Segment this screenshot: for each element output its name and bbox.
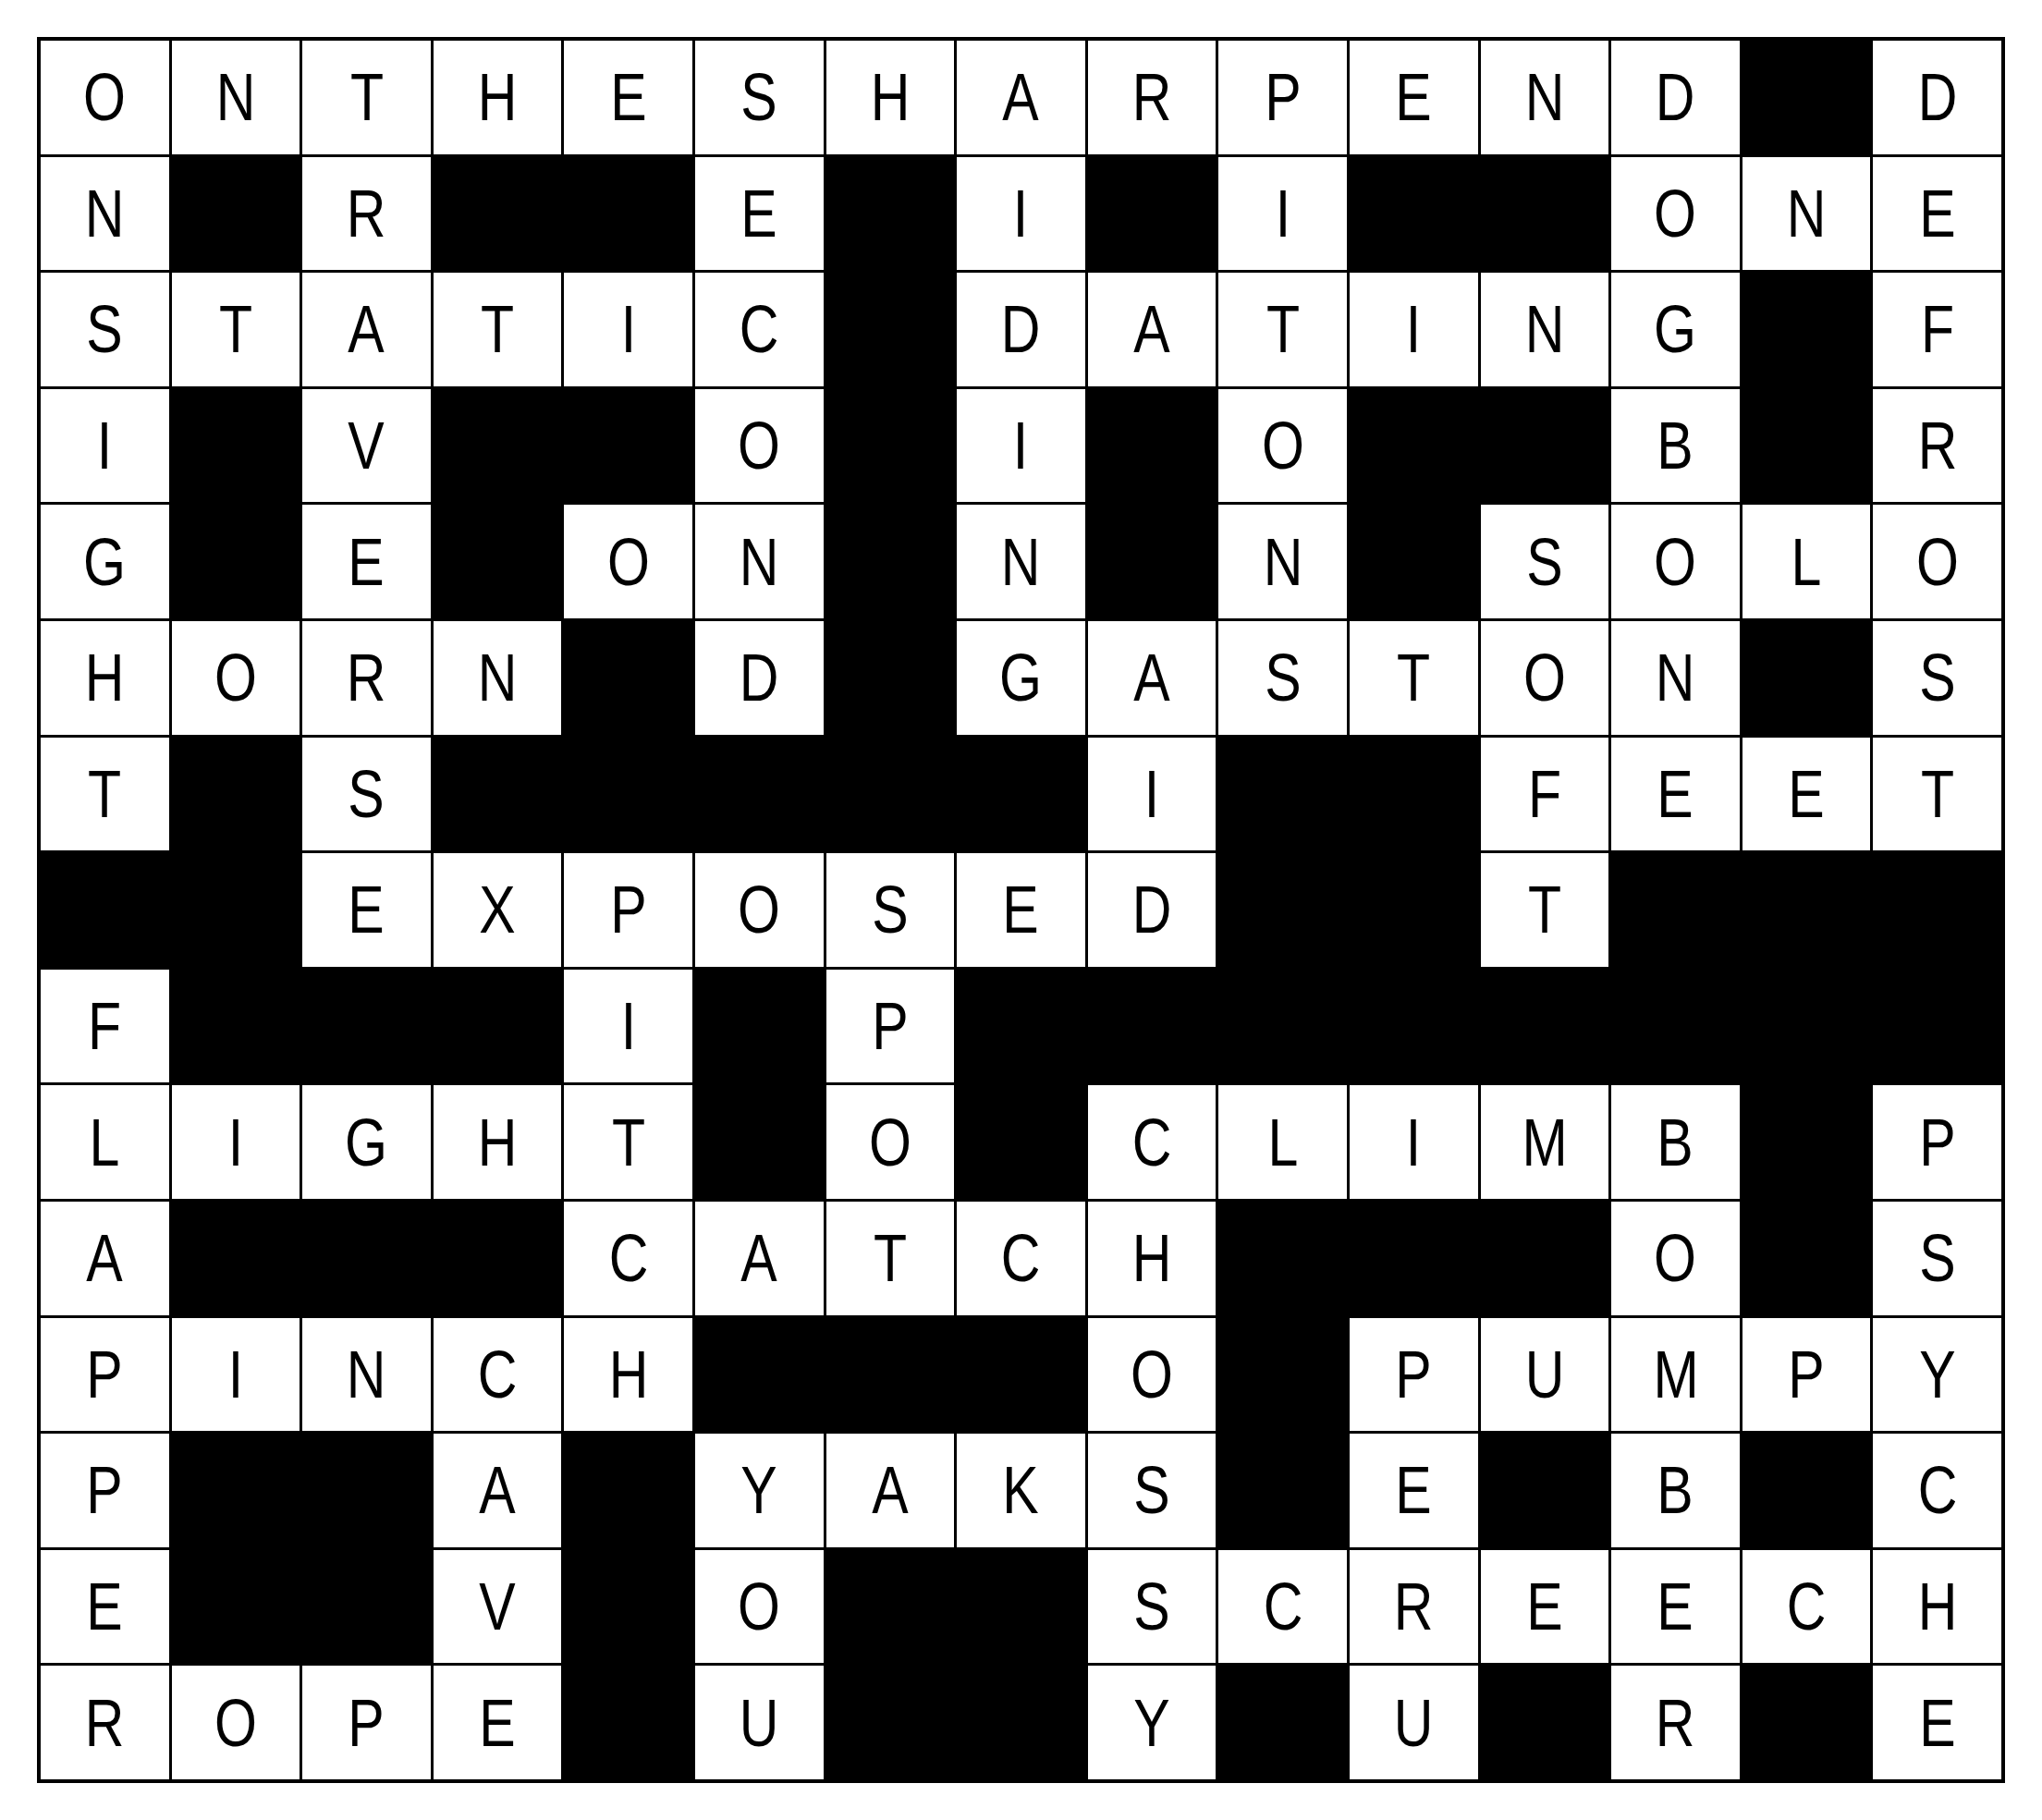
letter-cell[interactable]: O xyxy=(564,505,692,618)
cell-letter: A xyxy=(741,1225,777,1291)
cell-letter: O xyxy=(1131,1341,1173,1408)
letter-cell[interactable]: G xyxy=(302,1085,431,1199)
cell-letter: I xyxy=(228,1341,243,1408)
black-square xyxy=(1218,1318,1347,1432)
cell-letter: P xyxy=(610,876,646,943)
letter-cell[interactable]: R xyxy=(302,157,431,271)
black-square xyxy=(564,1666,692,1779)
cell-letter: G xyxy=(1000,644,1043,711)
black-square xyxy=(564,1550,692,1664)
black-square xyxy=(1218,853,1347,967)
black-square xyxy=(564,621,692,735)
cell-letter: I xyxy=(1013,180,1028,247)
cell-letter: D xyxy=(1917,64,1957,130)
black-square xyxy=(172,389,300,503)
black-square xyxy=(1218,970,1347,1083)
cell-letter: E xyxy=(1657,761,1694,827)
letter-cell[interactable]: P xyxy=(1873,1085,2001,1199)
letter-cell[interactable]: O xyxy=(826,1085,955,1199)
letter-cell[interactable]: I xyxy=(564,970,692,1083)
letter-cell[interactable]: E xyxy=(957,853,1085,967)
letter-cell[interactable]: E xyxy=(302,505,431,618)
black-square xyxy=(172,853,300,967)
letter-cell[interactable]: C xyxy=(1088,1085,1217,1199)
black-square xyxy=(434,970,562,1083)
letter-cell[interactable]: O xyxy=(695,1550,824,1664)
letter-cell[interactable]: H xyxy=(1088,1202,1217,1315)
letter-cell[interactable]: O xyxy=(172,621,300,735)
cell-letter: V xyxy=(348,412,385,479)
letter-cell[interactable]: N xyxy=(302,1318,431,1432)
cell-letter: P xyxy=(1396,1341,1432,1408)
letter-cell[interactable]: S xyxy=(41,273,169,386)
cell-letter: N xyxy=(85,180,125,247)
cell-letter: T xyxy=(481,296,514,362)
cell-letter: R xyxy=(1917,412,1957,479)
letter-cell[interactable]: T xyxy=(1481,853,1609,967)
cell-letter: A xyxy=(1133,644,1169,711)
letter-cell[interactable]: R xyxy=(41,1666,169,1779)
black-square xyxy=(1742,389,1871,503)
cell-letter: L xyxy=(1267,1109,1298,1176)
black-square xyxy=(826,273,955,386)
letter-cell[interactable]: E xyxy=(41,1550,169,1664)
letter-cell[interactable]: O xyxy=(695,389,824,503)
cell-letter: S xyxy=(87,296,123,362)
letter-cell[interactable]: N xyxy=(1481,273,1609,386)
letter-cell[interactable]: I xyxy=(1088,738,1217,851)
letter-cell[interactable]: B xyxy=(1611,389,1740,503)
black-square xyxy=(172,1550,300,1664)
cell-letter: A xyxy=(872,1457,908,1523)
letter-cell[interactable]: O xyxy=(695,853,824,967)
letter-cell[interactable]: R xyxy=(302,621,431,735)
letter-cell[interactable]: M xyxy=(1611,1318,1740,1432)
letter-cell[interactable]: E xyxy=(1350,1434,1478,1547)
letter-cell[interactable]: C xyxy=(695,273,824,386)
cell-letter: I xyxy=(620,296,635,362)
letter-cell[interactable]: N xyxy=(434,621,562,735)
letter-cell[interactable]: N xyxy=(957,505,1085,618)
cell-letter: P xyxy=(1919,1109,1955,1176)
letter-cell[interactable]: S xyxy=(1873,621,2001,735)
black-square xyxy=(1742,1085,1871,1199)
crossword-board: ONTHESHARPENDDNREIIONESTATICDATINGFIVOIO… xyxy=(37,37,2005,1783)
cell-letter: L xyxy=(90,1109,120,1176)
letter-cell[interactable]: E xyxy=(1350,41,1478,154)
letter-cell[interactable]: G xyxy=(957,621,1085,735)
black-square xyxy=(1088,970,1217,1083)
letter-cell[interactable]: E xyxy=(695,157,824,271)
black-square xyxy=(1218,1666,1347,1779)
cell-letter: H xyxy=(478,1109,518,1176)
cell-letter: E xyxy=(1919,180,1955,247)
letter-cell[interactable]: I xyxy=(1350,273,1478,386)
black-square xyxy=(172,157,300,271)
letter-cell[interactable]: E xyxy=(302,853,431,967)
black-square xyxy=(695,1318,824,1432)
cell-letter: O xyxy=(1262,412,1304,479)
cell-letter: H xyxy=(1132,1225,1172,1291)
cell-letter: C xyxy=(1787,1573,1827,1640)
black-square xyxy=(1350,970,1478,1083)
letter-cell[interactable]: E xyxy=(564,41,692,154)
cell-letter: N xyxy=(1525,64,1565,130)
black-square xyxy=(957,1666,1085,1779)
letter-cell[interactable]: T xyxy=(41,738,169,851)
black-square xyxy=(957,1550,1085,1664)
cell-letter: O xyxy=(738,412,780,479)
letter-cell[interactable]: P xyxy=(826,970,955,1083)
cell-letter: I xyxy=(1275,180,1290,247)
letter-cell[interactable]: A xyxy=(826,1434,955,1547)
letter-cell[interactable]: E xyxy=(1611,1550,1740,1664)
letter-cell[interactable]: H xyxy=(1873,1550,2001,1664)
cell-letter: B xyxy=(1657,412,1694,479)
cell-letter: T xyxy=(219,296,252,362)
cell-letter: D xyxy=(1132,876,1172,943)
cell-letter: N xyxy=(478,644,518,711)
letter-cell[interactable]: R xyxy=(1611,1666,1740,1779)
black-square xyxy=(172,738,300,851)
cell-letter: V xyxy=(479,1573,515,1640)
cell-letter: E xyxy=(741,180,777,247)
letter-cell[interactable]: U xyxy=(1481,1318,1609,1432)
cell-letter: I xyxy=(97,412,112,479)
letter-cell[interactable]: P xyxy=(1742,1318,1871,1432)
letter-cell[interactable]: B xyxy=(1611,1434,1740,1547)
cell-letter: T xyxy=(88,761,121,827)
letter-cell[interactable]: S xyxy=(1873,1202,2001,1315)
black-square xyxy=(695,1085,824,1199)
letter-cell[interactable]: L xyxy=(41,1085,169,1199)
letter-cell[interactable]: T xyxy=(434,273,562,386)
letter-cell[interactable]: V xyxy=(434,1550,562,1664)
cell-letter: O xyxy=(83,64,126,130)
letter-cell[interactable]: C xyxy=(1873,1434,2001,1547)
black-square xyxy=(1742,273,1871,386)
letter-cell[interactable]: T xyxy=(172,273,300,386)
cell-letter: R xyxy=(1656,1690,1695,1756)
cell-letter: E xyxy=(1526,1573,1562,1640)
cell-letter: E xyxy=(610,64,646,130)
letter-cell[interactable]: N xyxy=(41,157,169,271)
letter-cell[interactable]: P xyxy=(564,853,692,967)
letter-cell[interactable]: F xyxy=(1873,273,2001,386)
letter-cell[interactable]: I xyxy=(1218,157,1347,271)
letter-cell[interactable]: N xyxy=(1218,505,1347,618)
cell-letter: X xyxy=(479,876,515,943)
cell-letter: I xyxy=(1406,1109,1421,1176)
cell-letter: S xyxy=(1133,1573,1169,1640)
letter-cell[interactable]: I xyxy=(41,389,169,503)
letter-cell[interactable]: P xyxy=(41,1318,169,1432)
cell-letter: N xyxy=(740,529,779,595)
letter-cell[interactable]: L xyxy=(1218,1085,1347,1199)
letter-cell[interactable]: E xyxy=(1742,738,1871,851)
cell-letter: N xyxy=(1787,180,1827,247)
cell-letter: S xyxy=(348,761,385,827)
cell-letter: D xyxy=(1656,64,1695,130)
black-square xyxy=(172,1434,300,1547)
letter-cell[interactable]: R xyxy=(1350,1550,1478,1664)
cell-letter: G xyxy=(1655,296,1697,362)
black-square xyxy=(957,970,1085,1083)
letter-cell[interactable]: S xyxy=(302,738,431,851)
letter-cell[interactable]: A xyxy=(1088,621,1217,735)
cell-letter: S xyxy=(1265,644,1301,711)
letter-cell[interactable]: P xyxy=(302,1666,431,1779)
letter-cell[interactable]: N xyxy=(1742,157,1871,271)
black-square xyxy=(41,853,169,967)
cell-letter: T xyxy=(1921,761,1954,827)
letter-cell[interactable]: T xyxy=(1350,621,1478,735)
letter-cell[interactable]: Y xyxy=(1088,1666,1217,1779)
letter-cell[interactable]: G xyxy=(1611,273,1740,386)
letter-cell[interactable]: C xyxy=(1742,1550,1871,1664)
letter-cell[interactable]: A xyxy=(41,1202,169,1315)
cell-letter: A xyxy=(1133,296,1169,362)
letter-cell[interactable]: S xyxy=(1088,1550,1217,1664)
cell-letter: U xyxy=(1394,1690,1434,1756)
letter-cell[interactable]: D xyxy=(695,621,824,735)
black-square xyxy=(564,738,692,851)
letter-cell[interactable]: H xyxy=(434,41,562,154)
letter-cell[interactable]: D xyxy=(1088,853,1217,967)
letter-cell[interactable]: S xyxy=(1088,1434,1217,1547)
letter-cell[interactable]: O xyxy=(1611,1202,1740,1315)
cell-letter: N xyxy=(216,64,256,130)
letter-cell[interactable]: A xyxy=(434,1434,562,1547)
black-square xyxy=(826,505,955,618)
black-square xyxy=(695,738,824,851)
cell-letter: O xyxy=(738,876,780,943)
letter-cell[interactable]: T xyxy=(1873,738,2001,851)
letter-cell[interactable]: I xyxy=(957,389,1085,503)
letter-cell[interactable]: U xyxy=(1350,1666,1478,1779)
letter-cell[interactable]: N xyxy=(695,505,824,618)
cell-letter: C xyxy=(1132,1109,1172,1176)
cell-letter: N xyxy=(1656,644,1695,711)
cell-letter: E xyxy=(1003,876,1039,943)
cell-letter: U xyxy=(1525,1341,1565,1408)
black-square xyxy=(302,1550,431,1664)
black-square xyxy=(1481,1434,1609,1547)
letter-cell[interactable]: T xyxy=(1218,273,1347,386)
cell-letter: H xyxy=(608,1341,648,1408)
cell-letter: E xyxy=(1396,64,1432,130)
letter-cell[interactable]: E xyxy=(1481,1550,1609,1664)
letter-cell[interactable]: S xyxy=(1481,505,1609,618)
letter-cell[interactable]: G xyxy=(41,505,169,618)
letter-cell[interactable]: B xyxy=(1611,1085,1740,1199)
cell-letter: P xyxy=(348,1690,385,1756)
cell-letter: G xyxy=(346,1109,388,1176)
cell-letter: P xyxy=(1265,64,1301,130)
cell-letter: T xyxy=(1266,296,1300,362)
letter-cell[interactable]: D xyxy=(1873,41,2001,154)
black-square xyxy=(1481,970,1609,1083)
cell-letter: C xyxy=(740,296,779,362)
cell-letter: P xyxy=(872,993,908,1059)
letter-cell[interactable]: R xyxy=(1873,389,2001,503)
letter-cell[interactable]: E xyxy=(434,1666,562,1779)
letter-cell[interactable]: T xyxy=(826,1202,955,1315)
letter-cell[interactable]: M xyxy=(1481,1085,1609,1199)
letter-cell[interactable]: X xyxy=(434,853,562,967)
cell-letter: O xyxy=(1655,1225,1697,1291)
cell-letter: O xyxy=(869,1109,911,1176)
letter-cell[interactable]: P xyxy=(41,1434,169,1547)
letter-cell[interactable]: D xyxy=(957,273,1085,386)
letter-cell[interactable]: A xyxy=(957,41,1085,154)
cell-letter: N xyxy=(347,1341,386,1408)
letter-cell[interactable]: A xyxy=(695,1202,824,1315)
letter-cell[interactable]: N xyxy=(172,41,300,154)
cell-letter: I xyxy=(228,1109,243,1176)
black-square xyxy=(826,738,955,851)
cell-letter: E xyxy=(479,1690,515,1756)
black-square xyxy=(434,505,562,618)
black-square xyxy=(1481,389,1609,503)
cell-letter: I xyxy=(620,993,635,1059)
letter-cell[interactable]: I xyxy=(1350,1085,1478,1199)
letter-cell[interactable]: O xyxy=(1218,389,1347,503)
cell-letter: Y xyxy=(1133,1690,1169,1756)
letter-cell[interactable]: D xyxy=(1611,41,1740,154)
black-square xyxy=(1742,970,1871,1083)
letter-cell[interactable]: T xyxy=(302,41,431,154)
letter-cell[interactable]: H xyxy=(826,41,955,154)
black-square xyxy=(302,1202,431,1315)
cell-letter: B xyxy=(1657,1109,1694,1176)
letter-cell[interactable]: R xyxy=(1088,41,1217,154)
black-square xyxy=(1481,1202,1609,1315)
cell-letter: S xyxy=(872,876,908,943)
letter-cell[interactable]: I xyxy=(564,273,692,386)
letter-cell[interactable]: K xyxy=(957,1434,1085,1547)
letter-cell[interactable]: N xyxy=(1611,621,1740,735)
black-square xyxy=(1481,1666,1609,1779)
cell-letter: D xyxy=(1001,296,1041,362)
cell-letter: T xyxy=(612,1109,645,1176)
black-square xyxy=(302,1434,431,1547)
cell-letter: C xyxy=(1263,1573,1302,1640)
black-square xyxy=(564,1434,692,1547)
letter-cell[interactable]: H xyxy=(564,1318,692,1432)
black-square xyxy=(564,389,692,503)
cell-letter: E xyxy=(1657,1573,1694,1640)
letter-cell[interactable]: O xyxy=(1611,157,1740,271)
cell-letter: H xyxy=(871,64,911,130)
black-square xyxy=(434,157,562,271)
black-square xyxy=(172,970,300,1083)
cell-letter: I xyxy=(1144,761,1159,827)
black-square xyxy=(1218,738,1347,851)
black-square xyxy=(695,970,824,1083)
letter-cell[interactable]: I xyxy=(957,157,1085,271)
letter-cell[interactable]: C xyxy=(434,1318,562,1432)
letter-cell[interactable]: E xyxy=(1873,157,2001,271)
letter-cell[interactable]: E xyxy=(1873,1666,2001,1779)
letter-cell[interactable]: P xyxy=(1218,41,1347,154)
black-square xyxy=(826,157,955,271)
cell-letter: A xyxy=(1003,64,1039,130)
letter-cell[interactable]: Y xyxy=(695,1434,824,1547)
black-square xyxy=(564,157,692,271)
letter-cell[interactable]: S xyxy=(695,41,824,154)
cell-letter: O xyxy=(214,644,257,711)
cell-letter: O xyxy=(1655,180,1697,247)
cell-letter: N xyxy=(1525,296,1565,362)
letter-cell[interactable]: S xyxy=(1218,621,1347,735)
letter-cell[interactable]: V xyxy=(302,389,431,503)
black-square xyxy=(826,1318,955,1432)
letter-cell[interactable]: U xyxy=(695,1666,824,1779)
black-square xyxy=(1742,1666,1871,1779)
letter-cell[interactable]: E xyxy=(1611,738,1740,851)
cell-letter: T xyxy=(874,1225,907,1291)
letter-cell[interactable]: O xyxy=(1088,1318,1217,1432)
cell-letter: Y xyxy=(741,1457,777,1523)
letter-cell[interactable]: O xyxy=(1611,505,1740,618)
cell-letter: H xyxy=(1917,1573,1957,1640)
black-square xyxy=(302,970,431,1083)
cell-letter: A xyxy=(479,1457,515,1523)
letter-cell[interactable]: L xyxy=(1742,505,1871,618)
black-square xyxy=(434,738,562,851)
cell-letter: S xyxy=(741,64,777,130)
letter-cell[interactable]: A xyxy=(302,273,431,386)
black-square xyxy=(826,389,955,503)
cell-letter: I xyxy=(1013,412,1028,479)
letter-cell[interactable]: C xyxy=(957,1202,1085,1315)
letter-cell[interactable]: H xyxy=(41,621,169,735)
cell-letter: O xyxy=(1655,529,1697,595)
cell-letter: C xyxy=(478,1341,518,1408)
cell-letter: F xyxy=(88,993,121,1059)
cell-letter: C xyxy=(1001,1225,1041,1291)
black-square xyxy=(1350,1202,1478,1315)
letter-cell[interactable]: N xyxy=(1481,41,1609,154)
letter-cell[interactable]: I xyxy=(172,1318,300,1432)
black-square xyxy=(172,1202,300,1315)
letter-cell[interactable]: Y xyxy=(1873,1318,2001,1432)
letter-cell[interactable]: S xyxy=(826,853,955,967)
letter-cell[interactable]: F xyxy=(41,970,169,1083)
cell-letter: E xyxy=(1396,1457,1432,1523)
letter-cell[interactable]: C xyxy=(564,1202,692,1315)
cell-letter: E xyxy=(1788,761,1824,827)
letter-cell[interactable]: C xyxy=(1218,1550,1347,1664)
letter-cell[interactable]: O xyxy=(1481,621,1609,735)
cell-letter: E xyxy=(348,876,385,943)
cell-letter: C xyxy=(1917,1457,1957,1523)
letter-cell[interactable]: H xyxy=(434,1085,562,1199)
letter-cell[interactable]: O xyxy=(1873,505,2001,618)
letter-cell[interactable]: T xyxy=(564,1085,692,1199)
cell-letter: B xyxy=(1657,1457,1694,1523)
black-square xyxy=(172,505,300,618)
letter-cell[interactable]: O xyxy=(172,1666,300,1779)
black-square xyxy=(957,738,1085,851)
cell-letter: O xyxy=(214,1690,257,1756)
letter-cell[interactable]: A xyxy=(1088,273,1217,386)
letter-cell[interactable]: P xyxy=(1350,1318,1478,1432)
letter-cell[interactable]: F xyxy=(1481,738,1609,851)
letter-cell[interactable]: O xyxy=(41,41,169,154)
letter-cell[interactable]: I xyxy=(172,1085,300,1199)
